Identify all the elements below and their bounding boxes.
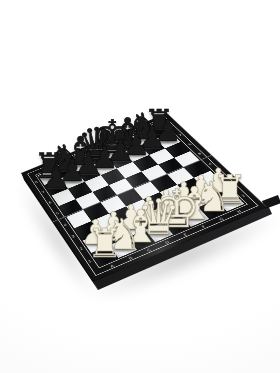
product-photo: AA88BB77CC66DD55EE44FF33GG22HH11 ♜♞♝♛♚♝♞… [0, 0, 280, 373]
piece-white-rook-a1[interactable]: ♜ [87, 223, 123, 263]
pieces-layer: ♜♞♝♛♚♝♞♜♟♟♟♟♟♟♟♟♟♟♟♟♟♟♟♟♜♞♝♛♚♝♞♜ [0, 0, 280, 373]
piece-black-pawn-a7[interactable]: ♟ [42, 162, 69, 193]
